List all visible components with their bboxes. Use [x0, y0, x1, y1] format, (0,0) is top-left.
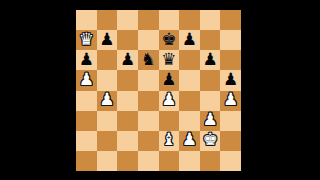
square-c6[interactable]: ♟ [117, 50, 138, 70]
square-c3[interactable] [117, 111, 138, 131]
square-d5[interactable] [138, 70, 159, 90]
square-a7[interactable]: ♛ [76, 30, 97, 50]
piece-white-bishop: ♝ [161, 131, 176, 148]
square-d6[interactable]: ♞ [138, 50, 159, 70]
piece-black-pawn: ♟ [79, 51, 94, 68]
piece-black-pawn: ♟ [161, 71, 176, 88]
square-h5[interactable]: ♟ [220, 70, 241, 90]
square-f5[interactable] [179, 70, 200, 90]
square-h3[interactable] [220, 111, 241, 131]
piece-black-pawn: ♟ [120, 51, 135, 68]
square-f6[interactable] [179, 50, 200, 70]
square-b5[interactable] [97, 70, 118, 90]
square-e4[interactable]: ♟ [159, 91, 180, 111]
square-e7[interactable]: ♚ [159, 30, 180, 50]
square-g7[interactable] [200, 30, 221, 50]
piece-black-pawn: ♟ [182, 31, 197, 48]
square-e1[interactable] [159, 151, 180, 171]
square-c2[interactable] [117, 131, 138, 151]
square-d4[interactable] [138, 91, 159, 111]
square-a4[interactable] [76, 91, 97, 111]
piece-white-pawn: ♟ [79, 71, 94, 88]
piece-white-pawn: ♟ [223, 91, 238, 108]
piece-black-pawn: ♟ [99, 31, 114, 48]
piece-black-king: ♚ [161, 31, 176, 48]
piece-black-queen: ♛ [161, 51, 176, 68]
piece-white-pawn: ♟ [202, 111, 217, 128]
square-g1[interactable] [200, 151, 221, 171]
square-b4[interactable]: ♟ [97, 91, 118, 111]
square-e3[interactable] [159, 111, 180, 131]
square-c8[interactable] [117, 10, 138, 30]
square-d1[interactable] [138, 151, 159, 171]
piece-black-pawn: ♟ [223, 71, 238, 88]
square-e2[interactable]: ♝ [159, 131, 180, 151]
square-d7[interactable] [138, 30, 159, 50]
square-a1[interactable] [76, 151, 97, 171]
square-g3[interactable]: ♟ [200, 111, 221, 131]
square-a8[interactable] [76, 10, 97, 30]
square-g4[interactable] [200, 91, 221, 111]
square-a2[interactable] [76, 131, 97, 151]
square-a3[interactable] [76, 111, 97, 131]
video-frame: ♛♟♚♟♟♟♞♛♟♟♟♟♟♟♟♟♝♟♚ [0, 0, 320, 180]
square-g5[interactable] [200, 70, 221, 90]
piece-black-pawn: ♟ [202, 51, 217, 68]
square-h4[interactable]: ♟ [220, 91, 241, 111]
square-g6[interactable]: ♟ [200, 50, 221, 70]
square-f1[interactable] [179, 151, 200, 171]
square-f3[interactable] [179, 111, 200, 131]
piece-black-knight: ♞ [141, 51, 156, 68]
piece-white-pawn: ♟ [99, 91, 114, 108]
square-c5[interactable] [117, 70, 138, 90]
square-c1[interactable] [117, 151, 138, 171]
square-g2[interactable]: ♚ [200, 131, 221, 151]
square-a6[interactable]: ♟ [76, 50, 97, 70]
square-d3[interactable] [138, 111, 159, 131]
square-b7[interactable]: ♟ [97, 30, 118, 50]
square-h8[interactable] [220, 10, 241, 30]
square-f7[interactable]: ♟ [179, 30, 200, 50]
square-f4[interactable] [179, 91, 200, 111]
square-a5[interactable]: ♟ [76, 70, 97, 90]
square-c7[interactable] [117, 30, 138, 50]
square-b1[interactable] [97, 151, 118, 171]
square-h1[interactable] [220, 151, 241, 171]
square-d2[interactable] [138, 131, 159, 151]
piece-white-queen: ♛ [79, 31, 94, 48]
square-h7[interactable] [220, 30, 241, 50]
square-e6[interactable]: ♛ [159, 50, 180, 70]
piece-white-pawn: ♟ [182, 131, 197, 148]
chess-board: ♛♟♚♟♟♟♞♛♟♟♟♟♟♟♟♟♝♟♚ [76, 10, 241, 171]
square-d8[interactable] [138, 10, 159, 30]
square-c4[interactable] [117, 91, 138, 111]
square-b8[interactable] [97, 10, 118, 30]
square-b2[interactable] [97, 131, 118, 151]
square-h6[interactable] [220, 50, 241, 70]
square-e5[interactable]: ♟ [159, 70, 180, 90]
piece-white-pawn: ♟ [161, 91, 176, 108]
piece-white-king: ♚ [202, 131, 217, 148]
square-b6[interactable] [97, 50, 118, 70]
square-b3[interactable] [97, 111, 118, 131]
square-h2[interactable] [220, 131, 241, 151]
square-g8[interactable] [200, 10, 221, 30]
square-f8[interactable] [179, 10, 200, 30]
square-f2[interactable]: ♟ [179, 131, 200, 151]
square-e8[interactable] [159, 10, 180, 30]
